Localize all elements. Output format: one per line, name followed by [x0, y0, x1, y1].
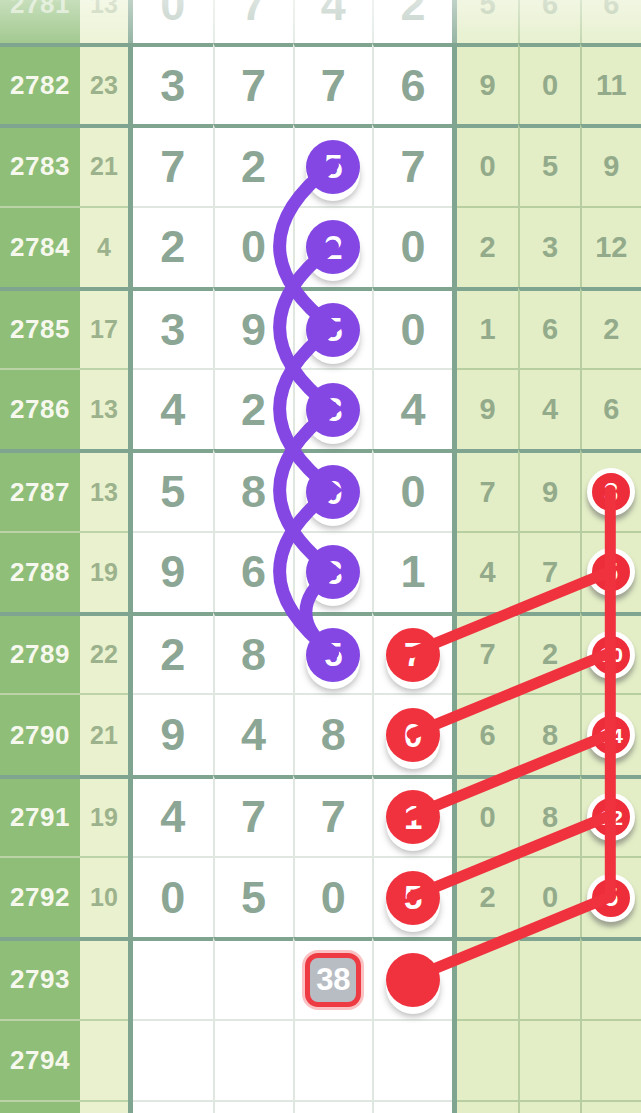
cell-value: 9 [241, 304, 266, 356]
sum-cell: 13 [80, 368, 128, 449]
stat-cell: 2 [518, 612, 579, 693]
stat-cell: 0 [457, 124, 518, 205]
stat-cell [457, 1019, 518, 1100]
digit-cell [372, 1100, 452, 1113]
stat-cell: 4 [457, 531, 518, 612]
cell-value: 13 [90, 395, 118, 424]
period-cell: 2787 [0, 449, 80, 530]
period-cell: 2792 [0, 856, 80, 937]
cell-value: 6 [603, 393, 619, 426]
cell-value: 2 [160, 629, 185, 681]
stat-cell: 12 [580, 206, 641, 287]
cell-value: 2785 [10, 314, 70, 345]
cell-value: 7 [160, 141, 185, 193]
stat-cell: 6 [518, 0, 579, 43]
cell-value: 0 [542, 881, 558, 914]
purple-circle-marker: 5 [306, 628, 360, 682]
cell-value: 2794 [10, 1045, 70, 1076]
stat-cell: 5 [457, 0, 518, 43]
red-ring-circle-marker: 3 [587, 468, 635, 516]
cell-value: 2791 [10, 802, 70, 833]
cell-value: 8 [241, 629, 266, 681]
digit-cell: 9 [133, 531, 213, 612]
digit-cell: 8 [293, 693, 373, 774]
stat-cell: 14 [580, 693, 641, 774]
purple-circle-marker: 5 [306, 303, 360, 357]
cell-value: 8 [542, 801, 558, 834]
sum-cell: 13 [80, 449, 128, 530]
cell-value: 4 [480, 556, 496, 589]
sum-cell: 21 [80, 124, 128, 205]
cell-value: 8 [241, 466, 266, 518]
red-ring-circle-marker: 14 [587, 711, 635, 759]
cell-value: 0 [401, 304, 426, 356]
digit-cell: 6 [372, 43, 452, 124]
cell-value: 3 [542, 231, 558, 264]
cell-value: 7 [241, 0, 266, 31]
red-ring-circle-marker: 10 [587, 631, 635, 679]
purple-circle-marker: 0 [306, 465, 360, 519]
stat-cell: 9 [580, 124, 641, 205]
stat-cell: 0 [518, 43, 579, 124]
period-cell: 2783 [0, 124, 80, 205]
stat-cell: 8 [518, 775, 579, 856]
period-cell: 2790 [0, 693, 80, 774]
digit-cell: 3 [293, 368, 373, 449]
digit-cell: 4 [293, 0, 373, 43]
cell-value: 9 [480, 393, 496, 426]
cell-value: 0 [160, 0, 185, 31]
cell-value: 2783 [10, 151, 70, 182]
stat-cell [580, 1100, 641, 1113]
sum-cell: 19 [80, 775, 128, 856]
period-cell: 2782 [0, 43, 80, 124]
cell-value: 9 [160, 546, 185, 598]
digit-cell [213, 1100, 293, 1113]
cell-value: 2792 [10, 882, 70, 913]
red-ring-circle-marker: 12 [587, 793, 635, 841]
stat-cell: 2 [457, 206, 518, 287]
stat-cell: 9 [457, 43, 518, 124]
digit-cell: 5 [293, 124, 373, 205]
digit-cell: 38 [293, 937, 373, 1018]
digit-cell: 5 [293, 612, 373, 693]
digit-cell: 7 [293, 775, 373, 856]
cell-value: 7 [480, 476, 496, 509]
purple-circle-marker: 3 [306, 545, 360, 599]
cell-value: 2 [480, 231, 496, 264]
stat-cell: 2 [457, 856, 518, 937]
cell-value: 0 [241, 221, 266, 273]
cell-value: 0 [401, 466, 426, 518]
cell-value: 21 [90, 721, 118, 750]
cell-value: 19 [90, 803, 118, 832]
digit-cell: 5 [213, 856, 293, 937]
stat-cell [457, 937, 518, 1018]
stat-cell: 6 [580, 0, 641, 43]
cell-value: 7 [542, 556, 558, 589]
sum-cell [80, 937, 128, 1018]
digit-cell: 7 [372, 612, 452, 693]
digit-cell: 8 [213, 449, 293, 530]
cell-value: 2 [401, 0, 426, 31]
cell-value: 4 [160, 791, 185, 843]
period-cell: 2785 [0, 287, 80, 368]
sum-cell: 10 [80, 856, 128, 937]
cell-value: 2 [160, 221, 185, 273]
cell-value: 0 [480, 150, 496, 183]
period-cell: 2793 [0, 937, 80, 1018]
digit-cell [372, 1019, 452, 1100]
purple-circle-marker: 2 [306, 220, 360, 274]
digit-cell: 2 [293, 206, 373, 287]
cell-value: 4 [542, 393, 558, 426]
cell-value: 6 [480, 719, 496, 752]
cell-value: 9 [160, 709, 185, 761]
cell-value: 10 [90, 883, 118, 912]
cell-value: 4 [160, 384, 185, 436]
cell-value: 1 [480, 313, 496, 346]
digit-cell: 7 [372, 124, 452, 205]
red-circle-marker: 0 [386, 708, 440, 762]
period-cell [0, 1100, 80, 1113]
stat-cell: 5 [580, 856, 641, 937]
digit-cell: 4 [133, 368, 213, 449]
digit-cell: 2 [213, 368, 293, 449]
cell-value: 2 [241, 141, 266, 193]
digit-cell: 5 [293, 287, 373, 368]
digit-cell: 0 [293, 856, 373, 937]
cell-value: 6 [603, 0, 619, 21]
cell-value: 0 [401, 221, 426, 273]
sum-cell: 4 [80, 206, 128, 287]
cell-value: 2790 [10, 720, 70, 751]
cell-value: 2 [603, 313, 619, 346]
cell-value: 5 [480, 0, 496, 21]
red-circle-marker: 5 [386, 871, 440, 925]
stat-cell: 12 [580, 775, 641, 856]
digit-cell: 3 [133, 287, 213, 368]
cell-value: 0 [542, 69, 558, 102]
stat-cell [518, 937, 579, 1018]
period-cell: 2781 [0, 0, 80, 43]
trend-chart-board: 2781130742566278223377690112783217257059… [0, 0, 641, 1113]
cell-value: 5 [160, 466, 185, 518]
cell-value: 5 [241, 872, 266, 924]
red-dot-marker [386, 953, 440, 1007]
stat-cell: 5 [580, 531, 641, 612]
trend-chart-grid: 2781130742566278223377690112783217257059… [0, 0, 641, 1113]
digit-cell [372, 937, 452, 1018]
digit-cell: 0 [213, 206, 293, 287]
cell-value: 8 [542, 719, 558, 752]
cell-value: 7 [241, 791, 266, 843]
period-cell: 2788 [0, 531, 80, 612]
stat-cell: 6 [518, 287, 579, 368]
digit-cell: 3 [133, 43, 213, 124]
digit-cell: 3 [293, 531, 373, 612]
digit-cell: 2 [213, 124, 293, 205]
sum-cell: 19 [80, 531, 128, 612]
digit-cell: 9 [133, 693, 213, 774]
digit-cell: 7 [213, 0, 293, 43]
cell-value: 2788 [10, 557, 70, 588]
digit-cell: 7 [133, 124, 213, 205]
stat-cell: 5 [518, 124, 579, 205]
digit-cell: 4 [133, 775, 213, 856]
cell-value: 2793 [10, 964, 70, 995]
cell-value: 2789 [10, 639, 70, 670]
cell-value: 5 [542, 150, 558, 183]
cell-value: 7 [480, 638, 496, 671]
sum-cell: 23 [80, 43, 128, 124]
cell-value: 13 [90, 478, 118, 507]
stat-cell: 3 [518, 206, 579, 287]
cell-value: 3 [160, 304, 185, 356]
cell-value: 6 [241, 546, 266, 598]
stat-cell: 3 [580, 449, 641, 530]
digit-cell: 0 [372, 693, 452, 774]
sum-cell [80, 1019, 128, 1100]
stat-cell: 7 [457, 449, 518, 530]
digit-cell: 2 [372, 0, 452, 43]
cell-value: 2782 [10, 70, 70, 101]
cell-value: 2 [480, 881, 496, 914]
cell-value: 19 [90, 558, 118, 587]
digit-cell [213, 937, 293, 1018]
digit-cell [293, 1100, 373, 1113]
stat-cell: 0 [518, 856, 579, 937]
stat-cell [580, 1019, 641, 1100]
period-cell: 2791 [0, 775, 80, 856]
cell-value: 2 [542, 638, 558, 671]
cell-value: 3 [160, 60, 185, 112]
digit-cell: 5 [372, 856, 452, 937]
cell-value: 0 [321, 872, 346, 924]
cell-value: 6 [401, 60, 426, 112]
cell-value: 7 [401, 141, 426, 193]
digit-cell [213, 1019, 293, 1100]
stat-cell: 6 [457, 693, 518, 774]
cell-value: 2787 [10, 477, 70, 508]
stat-cell: 6 [580, 368, 641, 449]
stat-cell: 8 [518, 693, 579, 774]
digit-cell: 7 [213, 775, 293, 856]
digit-cell: 0 [372, 206, 452, 287]
cell-value: 23 [90, 71, 118, 100]
stat-cell [518, 1100, 579, 1113]
sum-cell: 21 [80, 693, 128, 774]
red-circle-marker: 7 [386, 628, 440, 682]
cell-value: 2786 [10, 394, 70, 425]
digit-cell: 1 [372, 531, 452, 612]
stat-cell [580, 937, 641, 1018]
stat-cell: 0 [457, 775, 518, 856]
cell-value: 21 [90, 152, 118, 181]
cell-value: 1 [401, 546, 426, 598]
cell-value: 2784 [10, 232, 70, 263]
stat-cell [457, 1100, 518, 1113]
stat-cell: 10 [580, 612, 641, 693]
cell-value: 2 [241, 384, 266, 436]
digit-cell: 0 [133, 856, 213, 937]
stat-cell: 4 [518, 368, 579, 449]
digit-cell: 7 [293, 43, 373, 124]
cell-value: 9 [603, 150, 619, 183]
cell-value: 6 [542, 313, 558, 346]
cell-value: 6 [542, 0, 558, 21]
digit-cell [133, 1100, 213, 1113]
digit-cell: 4 [213, 693, 293, 774]
digit-cell: 9 [213, 287, 293, 368]
purple-circle-marker: 5 [306, 140, 360, 194]
red-ring-circle-marker: 5 [587, 874, 635, 922]
period-cell: 2784 [0, 206, 80, 287]
cell-value: 0 [160, 872, 185, 924]
period-cell: 2794 [0, 1019, 80, 1100]
digit-cell: 2 [133, 206, 213, 287]
cell-value: 9 [542, 476, 558, 509]
stat-cell: 2 [580, 287, 641, 368]
cell-value: 4 [97, 233, 111, 262]
cell-value: 12 [595, 231, 627, 264]
sum-cell: 17 [80, 287, 128, 368]
cell-value: 11 [596, 69, 627, 102]
cell-value: 17 [90, 315, 118, 344]
digit-cell: 0 [293, 449, 373, 530]
stat-cell: 11 [580, 43, 641, 124]
digit-cell: 2 [133, 612, 213, 693]
cell-value: 7 [241, 60, 266, 112]
digit-cell: 0 [372, 449, 452, 530]
cell-value: 22 [90, 640, 118, 669]
digit-cell [133, 1019, 213, 1100]
digit-cell [293, 1019, 373, 1100]
stat-cell: 7 [457, 612, 518, 693]
period-cell: 2786 [0, 368, 80, 449]
digit-cell: 6 [213, 531, 293, 612]
red-circle-marker: 1 [386, 790, 440, 844]
digit-cell [133, 937, 213, 1018]
stat-cell: 7 [518, 531, 579, 612]
cell-value: 4 [321, 0, 346, 31]
cell-value: 0 [480, 801, 496, 834]
cell-value: 2781 [10, 0, 70, 20]
digit-cell: 1 [372, 775, 452, 856]
period-cell: 2789 [0, 612, 80, 693]
cell-value: 9 [480, 69, 496, 102]
digit-cell: 5 [133, 449, 213, 530]
digit-cell: 7 [213, 43, 293, 124]
sum-cell: 22 [80, 612, 128, 693]
cell-value: 4 [401, 384, 426, 436]
stat-cell [518, 1019, 579, 1100]
stat-cell: 9 [518, 449, 579, 530]
purple-circle-marker: 3 [306, 383, 360, 437]
stat-cell: 9 [457, 368, 518, 449]
cell-value: 7 [321, 791, 346, 843]
cell-value: 7 [321, 60, 346, 112]
digit-cell: 0 [133, 0, 213, 43]
sum-cell [80, 1100, 128, 1113]
digit-cell: 0 [372, 287, 452, 368]
red-ring-circle-marker: 5 [587, 548, 635, 596]
digit-cell: 8 [213, 612, 293, 693]
sum-cell: 13 [80, 0, 128, 43]
cell-value: 13 [90, 0, 118, 19]
value-badge: 38 [305, 953, 361, 1007]
stat-cell: 1 [457, 287, 518, 368]
digit-cell: 4 [372, 368, 452, 449]
cell-value: 4 [241, 709, 266, 761]
cell-value: 8 [321, 709, 346, 761]
